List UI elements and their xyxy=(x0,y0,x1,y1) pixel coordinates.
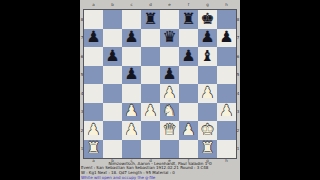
square-a6 xyxy=(84,47,103,66)
square-d1 xyxy=(141,140,160,159)
square-h4 xyxy=(217,84,236,103)
square-g2: ♚ xyxy=(198,121,217,140)
file-label-f: f xyxy=(179,3,198,7)
square-c4 xyxy=(122,84,141,103)
square-b1 xyxy=(103,140,122,159)
square-b6: ♟ xyxy=(103,47,122,66)
square-f1 xyxy=(179,140,198,159)
square-h8 xyxy=(217,10,236,29)
square-g1: ♜ xyxy=(198,140,217,159)
square-e6 xyxy=(160,47,179,66)
square-b5 xyxy=(103,66,122,85)
file-label-g: g xyxy=(198,3,217,7)
square-d4 xyxy=(141,84,160,103)
chess-app-area: abcdefgh 87654321 ♜♜♚♟♟♛♟♟♟♟♝♟♟♟♟♟♟♞♟♟♟♛… xyxy=(80,0,240,180)
white-queen-e2: ♛ xyxy=(163,122,177,138)
black-king-g8: ♚ xyxy=(201,11,215,27)
white-king-g2: ♚ xyxy=(201,122,215,138)
square-b7 xyxy=(103,29,122,48)
video-frame: abcdefgh 87654321 ♜♜♚♟♟♛♟♟♟♟♝♟♟♟♟♟♟♞♟♟♟♛… xyxy=(0,0,320,180)
move-info-line: W : Kg1 Next : 18. Qd7 Length : 95 Mater… xyxy=(80,171,240,175)
white-pawn-f2: ♟ xyxy=(182,122,196,138)
black-bishop-g6: ♝ xyxy=(201,48,215,64)
square-d2 xyxy=(141,121,160,140)
white-pawn-h3: ♟ xyxy=(220,104,234,120)
square-a8 xyxy=(84,10,103,29)
square-e5: ♟ xyxy=(160,66,179,85)
letterbox-right xyxy=(240,0,320,180)
square-e4: ♟ xyxy=(160,84,179,103)
square-f5 xyxy=(179,66,198,85)
square-c6 xyxy=(122,47,141,66)
square-a1: ♜ xyxy=(84,140,103,159)
square-a2: ♟ xyxy=(84,121,103,140)
square-b8 xyxy=(103,10,122,29)
square-b2 xyxy=(103,121,122,140)
square-g4: ♟ xyxy=(198,84,217,103)
white-pawn-g4: ♟ xyxy=(201,85,215,101)
black-pawn-c7: ♟ xyxy=(125,30,139,46)
white-pawn-d3: ♟ xyxy=(144,104,158,120)
black-pawn-e5: ♟ xyxy=(163,67,177,83)
square-g7: ♟ xyxy=(198,29,217,48)
square-c7: ♟ xyxy=(122,29,141,48)
black-rook-d8: ♜ xyxy=(144,11,158,27)
event-line: Event : San Sebastian San Sebastian 1912… xyxy=(80,166,240,170)
square-h6 xyxy=(217,47,236,66)
game-info-footer: Nimzowitsch, Aaron - Leonhardt, Paul Sal… xyxy=(80,162,240,180)
square-e7: ♛ xyxy=(160,29,179,48)
square-c8 xyxy=(122,10,141,29)
file-label-d: d xyxy=(141,3,160,7)
white-pawn-e4: ♟ xyxy=(163,85,177,101)
square-c5: ♟ xyxy=(122,66,141,85)
letterbox-left xyxy=(0,0,80,180)
white-knight-e3: ♞ xyxy=(163,104,177,120)
square-a4 xyxy=(84,84,103,103)
square-e8 xyxy=(160,10,179,29)
square-h5 xyxy=(217,66,236,85)
white-rook-a1: ♜ xyxy=(87,141,101,157)
black-pawn-g7: ♟ xyxy=(201,30,215,46)
white-pawn-a2: ♟ xyxy=(87,122,101,138)
square-a7: ♟ xyxy=(84,29,103,48)
black-pawn-c5: ♟ xyxy=(125,67,139,83)
white-pawn-c2: ♟ xyxy=(125,122,139,138)
square-g3 xyxy=(198,103,217,122)
square-c1 xyxy=(122,140,141,159)
file-labels-top: abcdefgh xyxy=(84,3,236,7)
square-f8: ♜ xyxy=(179,10,198,29)
black-pawn-f6: ♟ xyxy=(182,48,196,64)
black-pawn-h7: ♟ xyxy=(220,30,234,46)
square-c2: ♟ xyxy=(122,121,141,140)
square-e2: ♛ xyxy=(160,121,179,140)
file-label-h: h xyxy=(217,3,236,7)
square-c3: ♟ xyxy=(122,103,141,122)
square-f6: ♟ xyxy=(179,47,198,66)
black-queen-e7: ♛ xyxy=(163,30,177,46)
square-h1 xyxy=(217,140,236,159)
square-d7 xyxy=(141,29,160,48)
file-label-b: b xyxy=(103,3,122,7)
square-e1 xyxy=(160,140,179,159)
square-e3: ♞ xyxy=(160,103,179,122)
square-d5 xyxy=(141,66,160,85)
annotation-note-line: White will open and occupy the g-file xyxy=(80,176,240,180)
square-f4 xyxy=(179,84,198,103)
file-label-a: a xyxy=(84,3,103,7)
square-d8: ♜ xyxy=(141,10,160,29)
chess-board: ♜♜♚♟♟♛♟♟♟♟♝♟♟♟♟♟♟♞♟♟♟♛♟♚♜♜ xyxy=(84,10,236,158)
file-label-c: c xyxy=(122,3,141,7)
square-b4 xyxy=(103,84,122,103)
square-h3: ♟ xyxy=(217,103,236,122)
square-g8: ♚ xyxy=(198,10,217,29)
square-d6 xyxy=(141,47,160,66)
square-f2: ♟ xyxy=(179,121,198,140)
square-g5 xyxy=(198,66,217,85)
file-label-e: e xyxy=(160,3,179,7)
square-a3 xyxy=(84,103,103,122)
white-rook-g1: ♜ xyxy=(201,141,215,157)
black-pawn-a7: ♟ xyxy=(87,30,101,46)
square-d3: ♟ xyxy=(141,103,160,122)
square-a5 xyxy=(84,66,103,85)
white-pawn-c3: ♟ xyxy=(125,104,139,120)
square-h2 xyxy=(217,121,236,140)
black-rook-f8: ♜ xyxy=(182,11,196,27)
black-pawn-b6: ♟ xyxy=(106,48,120,64)
square-g6: ♝ xyxy=(198,47,217,66)
square-b3 xyxy=(103,103,122,122)
square-f3 xyxy=(179,103,198,122)
square-f7 xyxy=(179,29,198,48)
square-h7: ♟ xyxy=(217,29,236,48)
